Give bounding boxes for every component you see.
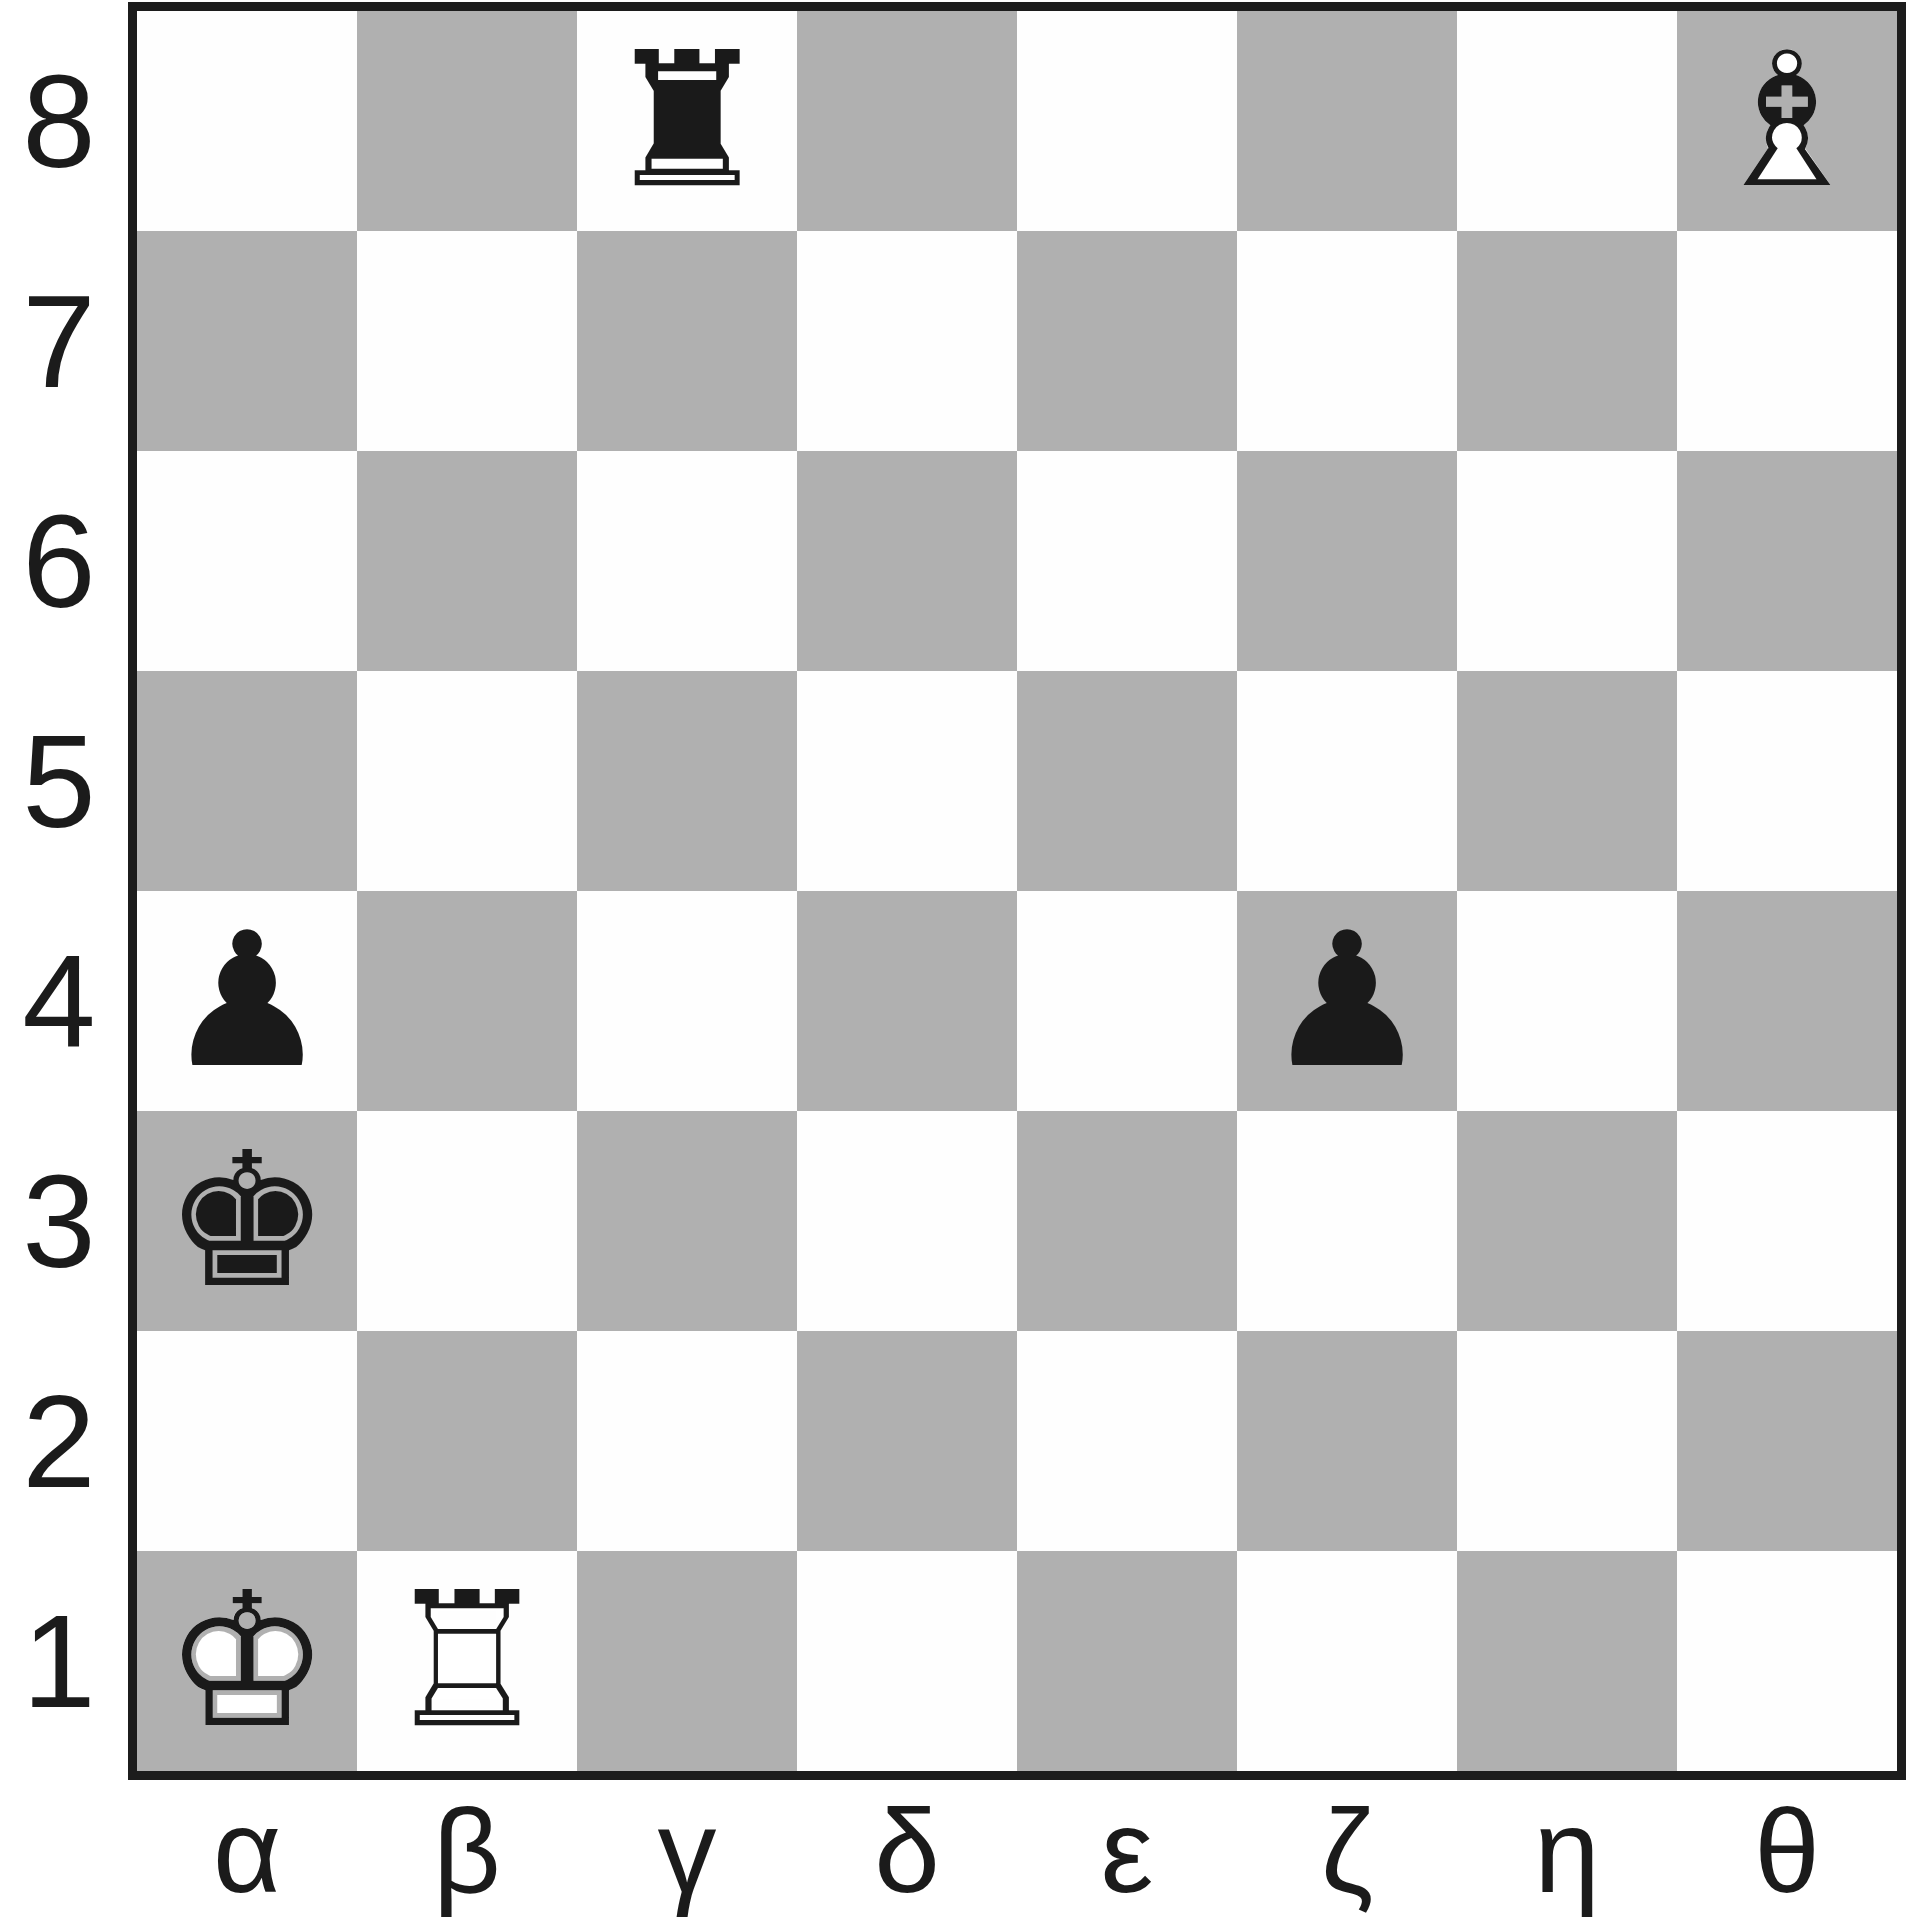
- square-a1: ♚♔: [137, 1551, 357, 1771]
- square-e3: [1017, 1111, 1237, 1331]
- black-pawn-icon: ♟: [137, 891, 357, 1111]
- square-a7: [137, 231, 357, 451]
- square-g4: [1457, 891, 1677, 1111]
- square-b4: [357, 891, 577, 1111]
- square-c2: [577, 1331, 797, 1551]
- square-c6: [577, 451, 797, 671]
- square-d5: [797, 671, 1017, 891]
- square-f4: ♟: [1237, 891, 1457, 1111]
- square-g8: [1457, 11, 1677, 231]
- white-king-icon: ♔: [137, 1551, 357, 1771]
- rank-label-3: 3: [0, 1111, 118, 1331]
- square-e7: [1017, 231, 1237, 451]
- rank-label-5: 5: [0, 671, 118, 891]
- square-f6: [1237, 451, 1457, 671]
- square-c1: [577, 1551, 797, 1771]
- file-label-eta: η: [1457, 1782, 1677, 1920]
- square-g2: [1457, 1331, 1677, 1551]
- square-a2: [137, 1331, 357, 1551]
- chess-diagram-page: 8 7 6 5 4 3 2 1 ♜♝♗♟♟♚♚♔♜♖ α β γ δ ε ζ η…: [0, 0, 1920, 1920]
- square-c3: [577, 1111, 797, 1331]
- file-label-epsilon: ε: [1017, 1782, 1237, 1920]
- square-h7: [1677, 231, 1897, 451]
- square-b2: [357, 1331, 577, 1551]
- square-b1: ♜♖: [357, 1551, 577, 1771]
- rank-label-4: 4: [0, 891, 118, 1111]
- square-h8: ♝♗: [1677, 11, 1897, 231]
- square-d7: [797, 231, 1017, 451]
- rank-label-2: 2: [0, 1331, 118, 1551]
- square-a6: [137, 451, 357, 671]
- square-f7: [1237, 231, 1457, 451]
- black-king-a3: ♚: [137, 1111, 357, 1331]
- file-label-gamma: γ: [577, 1782, 797, 1920]
- square-c4: [577, 891, 797, 1111]
- square-e4: [1017, 891, 1237, 1111]
- square-e6: [1017, 451, 1237, 671]
- square-c5: [577, 671, 797, 891]
- square-c7: [577, 231, 797, 451]
- square-f8: [1237, 11, 1457, 231]
- square-b6: [357, 451, 577, 671]
- square-h5: [1677, 671, 1897, 891]
- square-b7: [357, 231, 577, 451]
- square-e2: [1017, 1331, 1237, 1551]
- file-label-delta: δ: [797, 1782, 1017, 1920]
- white-rook-b1: ♜♖: [357, 1551, 577, 1771]
- square-g1: [1457, 1551, 1677, 1771]
- square-c8: ♜: [577, 11, 797, 231]
- file-labels: α β γ δ ε ζ η θ: [137, 1782, 1897, 1920]
- white-bishop-icon: ♗: [1677, 11, 1897, 231]
- square-h1: [1677, 1551, 1897, 1771]
- square-g3: [1457, 1111, 1677, 1331]
- square-d6: [797, 451, 1017, 671]
- white-rook-icon: ♖: [357, 1551, 577, 1771]
- square-f1: [1237, 1551, 1457, 1771]
- black-pawn-a4: ♟: [137, 891, 357, 1111]
- square-d1: [797, 1551, 1017, 1771]
- chess-board: ♜♝♗♟♟♚♚♔♜♖: [128, 2, 1906, 1780]
- black-rook-icon: ♜: [577, 11, 797, 231]
- square-d8: [797, 11, 1017, 231]
- square-f2: [1237, 1331, 1457, 1551]
- square-a4: ♟: [137, 891, 357, 1111]
- file-label-theta: θ: [1677, 1782, 1897, 1920]
- square-b3: [357, 1111, 577, 1331]
- rank-label-8: 8: [0, 11, 118, 231]
- black-rook-c8: ♜: [577, 11, 797, 231]
- square-h6: [1677, 451, 1897, 671]
- square-f3: [1237, 1111, 1457, 1331]
- black-pawn-icon: ♟: [1237, 891, 1457, 1111]
- white-king-a1: ♚♔: [137, 1551, 357, 1771]
- file-label-zeta: ζ: [1237, 1782, 1457, 1920]
- black-pawn-f4: ♟: [1237, 891, 1457, 1111]
- rank-label-6: 6: [0, 451, 118, 671]
- rank-label-7: 7: [0, 231, 118, 451]
- rank-labels: 8 7 6 5 4 3 2 1: [0, 11, 118, 1771]
- white-bishop-h8: ♝♗: [1677, 11, 1897, 231]
- square-d4: [797, 891, 1017, 1111]
- square-g6: [1457, 451, 1677, 671]
- square-b5: [357, 671, 577, 891]
- square-d2: [797, 1331, 1017, 1551]
- square-e8: [1017, 11, 1237, 231]
- square-b8: [357, 11, 577, 231]
- black-king-icon: ♚: [137, 1111, 357, 1331]
- square-h3: [1677, 1111, 1897, 1331]
- file-label-alpha: α: [137, 1782, 357, 1920]
- rank-label-1: 1: [0, 1551, 118, 1771]
- square-a8: [137, 11, 357, 231]
- square-e1: [1017, 1551, 1237, 1771]
- square-g5: [1457, 671, 1677, 891]
- square-g7: [1457, 231, 1677, 451]
- square-a5: [137, 671, 357, 891]
- square-a3: ♚: [137, 1111, 357, 1331]
- square-f5: [1237, 671, 1457, 891]
- square-h4: [1677, 891, 1897, 1111]
- square-e5: [1017, 671, 1237, 891]
- square-h2: [1677, 1331, 1897, 1551]
- square-d3: [797, 1111, 1017, 1331]
- file-label-beta: β: [357, 1782, 577, 1920]
